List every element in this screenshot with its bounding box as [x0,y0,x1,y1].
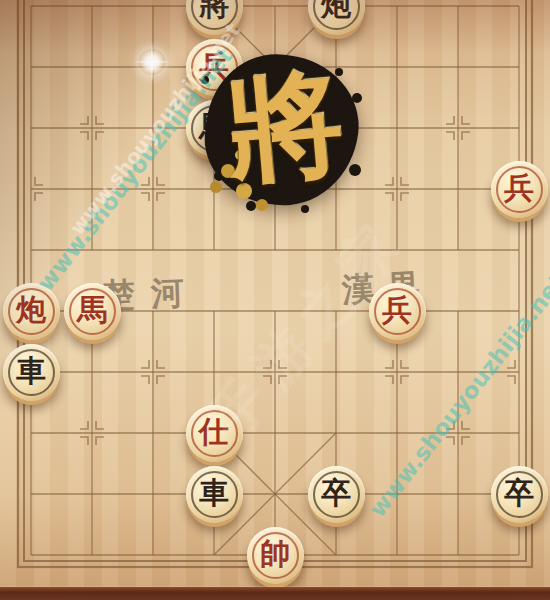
board-bottom-edge [0,587,550,600]
piece-glyph: 馬 [199,112,229,142]
piece-black-horse[interactable]: 馬 [186,100,243,157]
piece-black-chariot[interactable]: 車 [3,344,60,401]
piece-red-cannon[interactable]: 炮 [3,283,60,340]
pieces-layer: 將炮兵馬兵炮馬兵車仕車卒卒帥 [0,0,550,600]
piece-glyph: 帥 [260,539,290,569]
piece-glyph: 炮 [321,0,351,20]
piece-glyph: 仕 [199,417,229,447]
piece-glyph: 將 [199,0,229,20]
piece-black-soldier[interactable]: 卒 [308,466,365,523]
piece-glyph: 馬 [77,295,107,325]
piece-glyph: 車 [16,356,46,386]
piece-red-soldier[interactable]: 兵 [186,39,243,96]
piece-black-cannon[interactable]: 炮 [308,0,365,35]
piece-glyph: 兵 [504,173,534,203]
piece-black-chariot[interactable]: 車 [186,466,243,523]
piece-glyph: 兵 [382,295,412,325]
piece-glyph: 兵 [199,51,229,81]
piece-red-soldier[interactable]: 兵 [369,283,426,340]
piece-glyph: 卒 [321,478,351,508]
piece-red-advisor[interactable]: 仕 [186,405,243,462]
piece-glyph: 車 [199,478,229,508]
xiangqi-board[interactable]: 楚河 漢界 將炮兵馬兵炮馬兵車仕車卒卒帥 將 www.shouyouzhijia… [0,0,550,600]
piece-red-horse[interactable]: 馬 [64,283,121,340]
piece-red-soldier[interactable]: 兵 [491,161,548,218]
piece-black-general[interactable]: 將 [186,0,243,35]
piece-glyph: 炮 [16,295,46,325]
piece-black-soldier[interactable]: 卒 [491,466,548,523]
piece-glyph: 卒 [504,478,534,508]
piece-red-general[interactable]: 帥 [247,527,304,584]
